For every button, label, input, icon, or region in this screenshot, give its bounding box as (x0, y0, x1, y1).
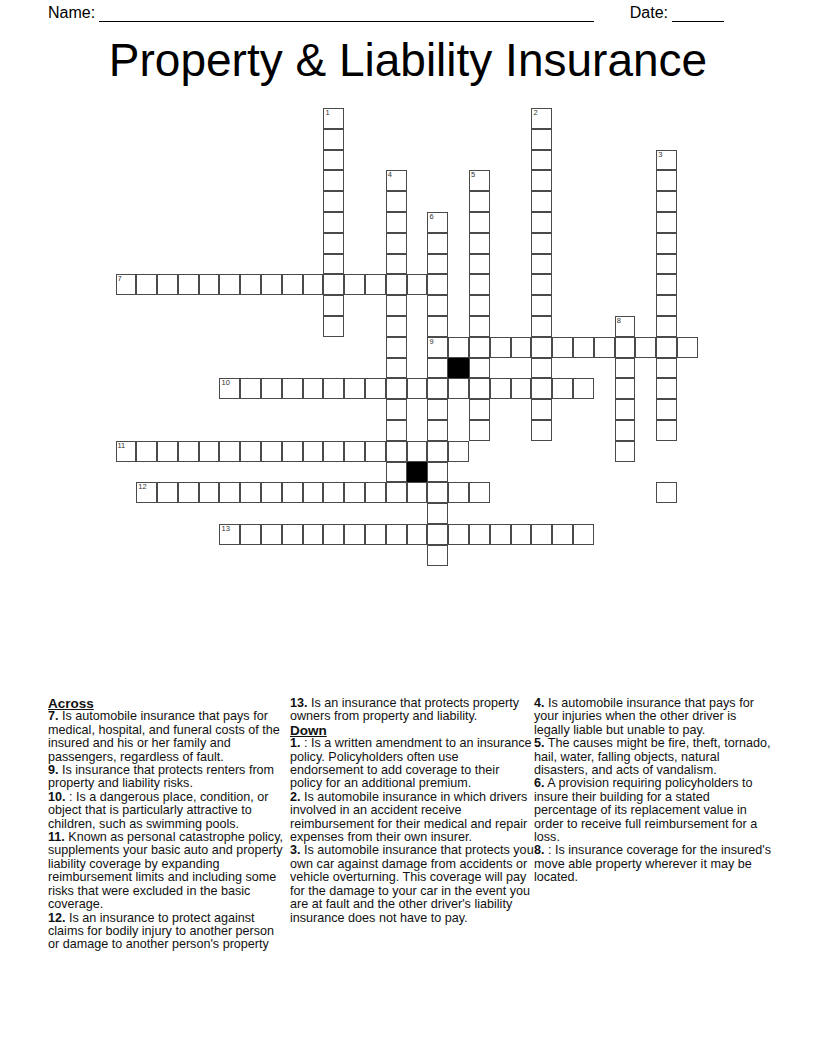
grid-cell[interactable] (344, 378, 365, 399)
grid-cell[interactable] (323, 441, 344, 462)
crossword-grid: 12345678910111213 (116, 108, 698, 566)
grid-cell[interactable] (531, 233, 552, 254)
clue-1-down: 1. : Is a written amendment to an insura… (290, 737, 535, 791)
clue-number: 11 (118, 442, 126, 450)
grid-cell[interactable] (407, 378, 428, 399)
clue-number: 6 (429, 213, 433, 221)
grid-cell[interactable] (427, 441, 448, 462)
grid-cell[interactable] (448, 482, 469, 503)
page-title: Property & Liability Insurance (0, 33, 816, 87)
grid-cell[interactable] (282, 274, 303, 295)
clue-8-down: 8. : Is insurance coverage for the insur… (534, 844, 772, 884)
grid-cell[interactable]: 2 (531, 108, 552, 129)
clue-number-label: 9. (48, 763, 59, 777)
grid-cell[interactable] (386, 399, 407, 420)
grid-cell[interactable] (511, 378, 532, 399)
grid-cell[interactable] (531, 129, 552, 150)
grid-cell[interactable] (386, 420, 407, 441)
grid-cell[interactable] (427, 316, 448, 337)
clue-6-down: 6. A provision requiring policyholders t… (534, 777, 772, 844)
grid-cell[interactable] (407, 441, 428, 462)
grid-cell[interactable]: 7 (116, 274, 137, 295)
clue-number: 2 (533, 109, 537, 117)
grid-cell[interactable] (386, 316, 407, 337)
grid-cell[interactable] (531, 212, 552, 233)
grid-cell[interactable] (469, 233, 490, 254)
grid-cell[interactable] (323, 129, 344, 150)
grid-cell[interactable] (594, 337, 615, 358)
grid-cell[interactable] (344, 482, 365, 503)
clues-heading-down: Down (290, 724, 535, 737)
clue-number: 5 (471, 171, 475, 179)
grid-cell[interactable] (427, 462, 448, 483)
grid-cell[interactable] (469, 420, 490, 441)
grid-cell[interactable] (386, 378, 407, 399)
grid-cell[interactable] (427, 524, 448, 545)
grid-cell[interactable]: 11 (116, 441, 137, 462)
grid-cell[interactable] (323, 378, 344, 399)
clue-9-across: 9. Is insurance that protects renters fr… (48, 764, 288, 791)
clue-12-across: 12. Is an insurance to protect against c… (48, 912, 288, 952)
grid-cell[interactable] (615, 358, 636, 379)
grid-cell[interactable]: 6 (427, 212, 448, 233)
grid-cell[interactable] (469, 524, 490, 545)
grid-cell[interactable] (490, 378, 511, 399)
grid-cell[interactable] (282, 441, 303, 462)
clue-number-label: 8. (534, 843, 545, 857)
grid-cell[interactable] (656, 233, 677, 254)
grid-cell[interactable]: 3 (656, 150, 677, 171)
clue-7-across: 7. Is automobile insurance that pays for… (48, 710, 288, 764)
grid-cell[interactable] (365, 482, 386, 503)
grid-cell[interactable] (615, 337, 636, 358)
grid-cell[interactable] (178, 482, 199, 503)
grid-cell[interactable] (178, 274, 199, 295)
grid-cell[interactable] (469, 482, 490, 503)
grid-cell[interactable] (531, 191, 552, 212)
grid-cell[interactable] (407, 482, 428, 503)
grid-cell[interactable] (531, 358, 552, 379)
grid-cell[interactable] (552, 524, 573, 545)
clue-3-down: 3. Is automobile insurance that protects… (290, 844, 535, 924)
grid-cell[interactable] (219, 274, 240, 295)
grid-cell[interactable] (157, 482, 178, 503)
grid-cell[interactable] (136, 274, 157, 295)
grid-cell[interactable] (386, 337, 407, 358)
grid-cell[interactable] (531, 150, 552, 171)
clue-number-label: 5. (534, 736, 545, 750)
grid-cell[interactable] (511, 524, 532, 545)
grid-cell[interactable] (282, 524, 303, 545)
grid-cell[interactable] (656, 337, 677, 358)
grid-cell[interactable] (386, 358, 407, 379)
name-label: Name: (48, 3, 95, 22)
grid-cell[interactable] (323, 170, 344, 191)
grid-cell[interactable] (344, 524, 365, 545)
grid-cell[interactable] (303, 482, 324, 503)
clue-number-label: 2. (290, 790, 301, 804)
grid-cell[interactable] (219, 441, 240, 462)
grid-cell[interactable] (531, 524, 552, 545)
grid-cell[interactable] (656, 358, 677, 379)
grid-cell[interactable] (365, 274, 386, 295)
grid-cell[interactable] (469, 191, 490, 212)
clue-number-label: 3. (290, 843, 301, 857)
grid-cell[interactable] (199, 482, 220, 503)
grid-cell[interactable] (386, 462, 407, 483)
grid-cell[interactable] (656, 295, 677, 316)
grid-cell[interactable] (573, 378, 594, 399)
grid-cell[interactable] (240, 441, 261, 462)
grid-cell[interactable] (615, 399, 636, 420)
grid-cell[interactable] (531, 274, 552, 295)
clue-column-2: 13. Is an insurance that protects proper… (290, 697, 535, 925)
grid-cell[interactable] (531, 420, 552, 441)
grid-cell[interactable] (656, 254, 677, 275)
grid-cell[interactable] (531, 170, 552, 191)
grid-cell[interactable] (323, 274, 344, 295)
clue-number-label: 4. (534, 696, 545, 710)
grid-cell[interactable] (531, 399, 552, 420)
grid-cell[interactable] (219, 482, 240, 503)
grid-cell[interactable] (469, 295, 490, 316)
grid-cell[interactable]: 9 (427, 337, 448, 358)
grid-cell[interactable] (469, 337, 490, 358)
grid-cell[interactable] (282, 482, 303, 503)
grid-cell[interactable] (635, 337, 656, 358)
clue-number: 9 (429, 338, 433, 346)
grid-cell[interactable] (427, 378, 448, 399)
grid-cell[interactable] (469, 378, 490, 399)
grid-cell[interactable] (531, 316, 552, 337)
grid-cell[interactable] (407, 524, 428, 545)
grid-cell[interactable] (656, 191, 677, 212)
grid-cell[interactable]: 4 (386, 170, 407, 191)
clue-number: 1 (325, 109, 329, 117)
clue-2-down: 2. Is automobile insurance in which driv… (290, 791, 535, 845)
grid-cell[interactable] (427, 503, 448, 524)
black-cell (448, 358, 469, 379)
grid-cell[interactable]: 10 (219, 378, 240, 399)
grid-cell[interactable]: 12 (136, 482, 157, 503)
grid-cell[interactable] (469, 358, 490, 379)
grid-cell[interactable] (448, 337, 469, 358)
clue-number-label: 12. (48, 911, 66, 925)
clue-column-1: Across7. Is automobile insurance that pa… (48, 697, 288, 952)
grid-cell[interactable] (573, 524, 594, 545)
grid-cell[interactable] (303, 524, 324, 545)
grid-cell[interactable] (427, 545, 448, 566)
grid-cell[interactable] (448, 441, 469, 462)
grid-cell[interactable] (427, 420, 448, 441)
grid-cell[interactable] (303, 274, 324, 295)
grid-cell[interactable] (469, 254, 490, 275)
grid-cell[interactable] (157, 441, 178, 462)
grid-cell[interactable] (323, 212, 344, 233)
grid-cell[interactable] (323, 316, 344, 337)
clue-column-3: 4. Is automobile insurance that pays for… (534, 697, 772, 885)
grid-cell[interactable] (240, 274, 261, 295)
grid-cell[interactable] (656, 212, 677, 233)
grid-cell[interactable] (365, 441, 386, 462)
grid-cell[interactable] (261, 441, 282, 462)
grid-cell[interactable] (323, 233, 344, 254)
clue-number-label: 10. (48, 790, 66, 804)
clue-13-across: 13. Is an insurance that protects proper… (290, 697, 535, 724)
grid-cell[interactable] (303, 378, 324, 399)
grid-cell[interactable] (469, 274, 490, 295)
grid-cell[interactable] (656, 378, 677, 399)
clue-number: 8 (617, 317, 621, 325)
grid-cell[interactable] (677, 337, 698, 358)
grid-cell[interactable] (531, 378, 552, 399)
clue-number: 10 (221, 379, 229, 387)
grid-cell[interactable] (427, 358, 448, 379)
grid-cell[interactable] (323, 254, 344, 275)
date-line (672, 4, 724, 22)
grid-cell[interactable] (427, 482, 448, 503)
worksheet-header: Name: Date: (48, 3, 724, 22)
grid-cell[interactable] (386, 254, 407, 275)
grid-cell[interactable] (323, 482, 344, 503)
clue-number: 13 (221, 525, 229, 533)
grid-cell[interactable] (615, 441, 636, 462)
grid-cell[interactable] (386, 274, 407, 295)
grid-cell[interactable]: 13 (219, 524, 240, 545)
grid-cell[interactable] (552, 378, 573, 399)
grid-cell[interactable]: 5 (469, 170, 490, 191)
grid-cell[interactable] (448, 524, 469, 545)
black-cell (407, 462, 428, 483)
grid-cell[interactable] (427, 233, 448, 254)
clue-number: 7 (118, 275, 122, 283)
grid-cell[interactable] (365, 524, 386, 545)
grid-cell[interactable] (323, 191, 344, 212)
grid-cell[interactable] (531, 254, 552, 275)
grid-cell[interactable] (199, 441, 220, 462)
grid-cell[interactable] (386, 295, 407, 316)
grid-cell[interactable] (448, 378, 469, 399)
grid-cell[interactable] (656, 316, 677, 337)
grid-cell[interactable] (386, 441, 407, 462)
grid-cell[interactable] (323, 295, 344, 316)
clue-number-label: 11. (48, 830, 65, 844)
grid-cell[interactable] (240, 482, 261, 503)
clue-number: 3 (658, 151, 662, 159)
clue-number-label: 6. (534, 776, 545, 790)
clue-number: 12 (138, 483, 146, 491)
name-line (99, 4, 594, 22)
grid-cell[interactable] (199, 274, 220, 295)
grid-cell[interactable] (656, 420, 677, 441)
grid-cell[interactable] (136, 441, 157, 462)
clue-5-down: 5. The causes might be fire, theft, torn… (534, 737, 772, 777)
grid-cell[interactable] (511, 337, 532, 358)
grid-cell[interactable] (386, 482, 407, 503)
grid-cell[interactable] (573, 337, 594, 358)
grid-cell[interactable] (303, 441, 324, 462)
grid-cell[interactable] (157, 274, 178, 295)
grid-cell[interactable] (427, 295, 448, 316)
grid-cell[interactable] (323, 150, 344, 171)
clue-number-label: 13. (290, 696, 308, 710)
grid-cell[interactable] (656, 170, 677, 191)
grid-cell[interactable] (469, 399, 490, 420)
grid-cell[interactable]: 8 (615, 316, 636, 337)
grid-cell[interactable] (282, 378, 303, 399)
clue-number-label: 1. (290, 736, 301, 750)
grid-cell[interactable] (427, 399, 448, 420)
grid-cell[interactable] (365, 378, 386, 399)
grid-cell[interactable] (261, 378, 282, 399)
clues-heading-across: Across (48, 697, 288, 710)
grid-cell[interactable] (656, 482, 677, 503)
grid-cell[interactable] (261, 482, 282, 503)
grid-cell[interactable] (427, 274, 448, 295)
grid-cell[interactable] (531, 295, 552, 316)
grid-cell[interactable] (552, 337, 573, 358)
grid-cell[interactable] (656, 399, 677, 420)
grid-cell[interactable] (386, 233, 407, 254)
grid-cell[interactable] (427, 254, 448, 275)
grid-cell[interactable] (261, 274, 282, 295)
clue-10-across: 10. : Is a dangerous place, condition, o… (48, 791, 288, 831)
grid-cell[interactable] (323, 524, 344, 545)
clue-number: 4 (388, 171, 392, 179)
grid-cell[interactable] (261, 524, 282, 545)
clue-11-across: 11. Known as personal catastrophe policy… (48, 831, 288, 911)
grid-cell[interactable] (490, 524, 511, 545)
clue-4-down: 4. Is automobile insurance that pays for… (534, 697, 772, 737)
grid-cell[interactable] (615, 378, 636, 399)
grid-cell[interactable] (344, 274, 365, 295)
grid-cell[interactable] (407, 274, 428, 295)
grid-cell[interactable] (615, 420, 636, 441)
grid-cell[interactable] (531, 337, 552, 358)
grid-cell[interactable] (386, 191, 407, 212)
grid-cell[interactable] (386, 524, 407, 545)
clue-number-label: 7. (48, 709, 59, 723)
grid-cell[interactable]: 1 (323, 108, 344, 129)
grid-cell[interactable] (469, 316, 490, 337)
date-label: Date: (630, 3, 668, 22)
grid-cell[interactable] (240, 524, 261, 545)
grid-cell[interactable] (656, 274, 677, 295)
grid-cell[interactable] (178, 441, 199, 462)
grid-cell[interactable] (386, 212, 407, 233)
grid-cell[interactable] (240, 378, 261, 399)
grid-cell[interactable] (490, 337, 511, 358)
grid-cell[interactable] (344, 441, 365, 462)
grid-cell[interactable] (469, 212, 490, 233)
